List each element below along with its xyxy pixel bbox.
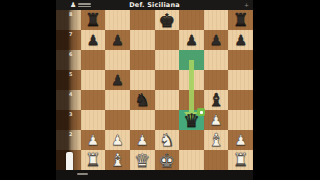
video-frame: ♟ Def. Siciliana + ♜♚♜♟♟♟♟♟♟♞♝♛♟♟♟♟♞♝♟♜♝… [0, 0, 320, 180]
piece-black-rook-b8[interactable]: ♜ [81, 10, 106, 30]
square-g6[interactable] [204, 50, 229, 70]
square-f4[interactable] [179, 90, 204, 110]
square-d3[interactable] [130, 110, 155, 130]
bottom-bar-text [77, 173, 88, 175]
square-b3[interactable] [81, 110, 106, 130]
piece-black-pawn-b7[interactable]: ♟ [81, 30, 106, 50]
piece-black-knight-d4[interactable]: ♞ [130, 90, 155, 110]
piece-white-pawn-d2[interactable]: ♟ [130, 130, 155, 150]
square-a2[interactable] [56, 130, 81, 150]
square-d8[interactable] [130, 10, 155, 30]
square-c3[interactable] [105, 110, 130, 130]
square-e6[interactable] [155, 50, 180, 70]
piece-black-queen-f3[interactable]: ♛ [179, 110, 204, 130]
piece-white-pawn-g3[interactable]: ♟ [204, 110, 229, 130]
piece-white-pawn-c2[interactable]: ♟ [105, 130, 130, 150]
piece-white-queen-d1[interactable]: ♛ [130, 150, 155, 170]
square-a6[interactable] [56, 50, 81, 70]
square-g8[interactable] [204, 10, 229, 30]
square-c6[interactable] [105, 50, 130, 70]
piece-white-king-e1[interactable]: ♚ [155, 150, 180, 170]
piece-white-bishop-c1[interactable]: ♝ [105, 150, 130, 170]
square-a5[interactable] [56, 70, 81, 90]
square-b5[interactable] [81, 70, 106, 90]
square-h5[interactable] [228, 70, 253, 90]
square-f6[interactable] [179, 50, 204, 70]
square-e7[interactable] [155, 30, 180, 50]
square-a8[interactable] [56, 10, 81, 30]
square-d5[interactable] [130, 70, 155, 90]
player-info[interactable]: ♟ [70, 0, 91, 10]
square-h6[interactable] [228, 50, 253, 70]
square-b6[interactable] [81, 50, 106, 70]
square-e3[interactable] [155, 110, 180, 130]
square-f5[interactable] [179, 70, 204, 90]
chess-board[interactable]: ♜♚♜♟♟♟♟♟♟♞♝♛♟♟♟♟♞♝♟♜♝♛♚♜87654321 [56, 10, 253, 170]
square-e5[interactable] [155, 70, 180, 90]
player-text-lines [78, 3, 91, 7]
square-b4[interactable] [81, 90, 106, 110]
square-c8[interactable] [105, 10, 130, 30]
piece-white-rook-b1[interactable]: ♜ [81, 150, 106, 170]
square-a4[interactable] [56, 90, 81, 110]
piece-black-pawn-c5[interactable]: ♟ [105, 70, 130, 90]
piece-black-pawn-f7[interactable]: ♟ [179, 30, 204, 50]
piece-black-king-e8[interactable]: ♚ [155, 10, 180, 30]
piece-black-pawn-c7[interactable]: ♟ [105, 30, 130, 50]
piece-white-knight-e2[interactable]: ♞ [155, 130, 180, 150]
square-f1[interactable] [179, 150, 204, 170]
piece-white-bishop-g2[interactable]: ♝ [204, 130, 229, 150]
piece-black-pawn-g7[interactable]: ♟ [204, 30, 229, 50]
piece-white-pawn-h2[interactable]: ♟ [228, 130, 253, 150]
player-icon: ♟ [70, 0, 76, 10]
plus-button[interactable]: + [244, 0, 249, 10]
square-c4[interactable] [105, 90, 130, 110]
piece-black-rook-h8[interactable]: ♜ [228, 10, 253, 30]
square-f2[interactable] [179, 130, 204, 150]
square-h4[interactable] [228, 90, 253, 110]
bottom-bar [56, 170, 253, 180]
square-a7[interactable] [56, 30, 81, 50]
square-g5[interactable] [204, 70, 229, 90]
square-d7[interactable] [130, 30, 155, 50]
piece-black-pawn-h7[interactable]: ♟ [228, 30, 253, 50]
square-f8[interactable] [179, 10, 204, 30]
square-g1[interactable] [204, 150, 229, 170]
square-a3[interactable] [56, 110, 81, 130]
square-d6[interactable] [130, 50, 155, 70]
square-h3[interactable] [228, 110, 253, 130]
piece-white-rook-h1[interactable]: ♜ [228, 150, 253, 170]
piece-white-pawn-b2[interactable]: ♟ [81, 130, 106, 150]
square-e4[interactable] [155, 90, 180, 110]
piece-black-bishop-g4[interactable]: ♝ [204, 90, 229, 110]
top-bar: ♟ Def. Siciliana + [56, 0, 253, 10]
